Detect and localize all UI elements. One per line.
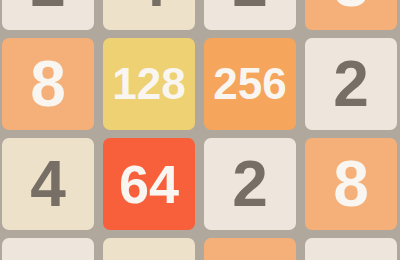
tile-value: 4	[30, 152, 66, 216]
tile-2-r4c4: 2	[305, 238, 397, 260]
tile-value: 2	[232, 0, 268, 16]
tile-value: 8	[30, 52, 66, 116]
tile-256-r2c3: 256	[204, 38, 296, 130]
tile-value: 4	[131, 252, 167, 260]
tile-value: 2	[30, 0, 66, 16]
tile-value: 256	[213, 62, 286, 106]
tile-value: 128	[112, 62, 185, 106]
tile-4-r4c2: 4	[103, 238, 195, 260]
board-2048[interactable]: 242881282562464282482	[2, 0, 397, 260]
tile-value: 8	[333, 0, 369, 16]
tile-2-r4c1: 2	[2, 238, 94, 260]
game-2048-viewport: 242881282562464282482	[0, 0, 400, 260]
tile-value: 4	[131, 0, 167, 16]
tile-64-r3c2: 64	[103, 138, 195, 230]
tile-value: 8	[232, 252, 268, 260]
tile-2-r1c1: 2	[2, 0, 94, 30]
tile-2-r3c3: 2	[204, 138, 296, 230]
tile-value: 2	[232, 152, 268, 216]
tile-value: 2	[30, 252, 66, 260]
tile-2-r2c4: 2	[305, 38, 397, 130]
tile-8-r4c3: 8	[204, 238, 296, 260]
tile-8-r2c1: 8	[2, 38, 94, 130]
tile-value: 8	[333, 152, 369, 216]
tile-value: 2	[333, 52, 369, 116]
tile-8-r3c4: 8	[305, 138, 397, 230]
tile-2-r1c3: 2	[204, 0, 296, 30]
tile-8-r1c4: 8	[305, 0, 397, 30]
tile-128-r2c2: 128	[103, 38, 195, 130]
tile-4-r1c2: 4	[103, 0, 195, 30]
tile-4-r3c1: 4	[2, 138, 94, 230]
tile-value: 2	[333, 252, 369, 260]
tile-value: 64	[119, 157, 179, 211]
